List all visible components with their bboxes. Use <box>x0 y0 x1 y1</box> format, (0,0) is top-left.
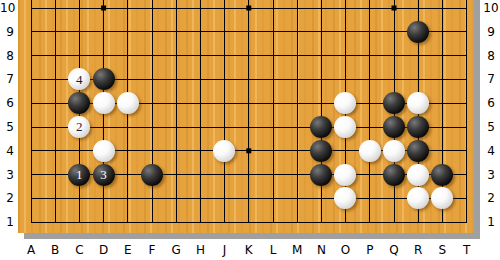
point-A9[interactable] <box>19 20 43 44</box>
point-F7[interactable] <box>140 68 164 92</box>
point-R6[interactable] <box>406 91 430 115</box>
point-P8[interactable] <box>358 44 382 68</box>
black-stone-R4 <box>407 140 429 162</box>
point-E4[interactable] <box>116 139 140 163</box>
point-P1[interactable] <box>358 210 382 233</box>
white-stone-O3 <box>334 164 356 186</box>
point-H4[interactable] <box>188 139 212 163</box>
white-stone-O6 <box>334 92 356 114</box>
point-M4[interactable] <box>285 139 309 163</box>
point-S4[interactable] <box>430 139 454 163</box>
point-M6[interactable] <box>285 91 309 115</box>
point-N4[interactable] <box>309 139 333 163</box>
point-R9[interactable] <box>406 20 430 44</box>
point-R1[interactable] <box>406 210 430 233</box>
row-label-right-6: 6 <box>482 96 500 110</box>
point-Q8[interactable] <box>382 44 406 68</box>
point-T7[interactable] <box>454 68 474 92</box>
point-C9[interactable] <box>67 20 91 44</box>
point-D4[interactable] <box>91 139 115 163</box>
point-L7[interactable] <box>261 68 285 92</box>
point-G2[interactable] <box>164 186 188 210</box>
black-stone-S3 <box>431 164 453 186</box>
black-stone-Q5 <box>383 116 405 138</box>
point-D1[interactable] <box>91 210 115 233</box>
black-stone-D3: 3 <box>93 164 115 186</box>
point-M10[interactable] <box>285 0 309 20</box>
point-E3[interactable] <box>116 163 140 187</box>
point-H9[interactable] <box>188 20 212 44</box>
point-D8[interactable] <box>91 44 115 68</box>
black-stone-N3 <box>310 164 332 186</box>
point-S1[interactable] <box>430 210 454 233</box>
point-E1[interactable] <box>116 210 140 233</box>
point-E9[interactable] <box>116 20 140 44</box>
point-B6[interactable] <box>43 91 67 115</box>
column-label-J: J <box>215 243 235 257</box>
row-label-right-3: 3 <box>482 168 500 182</box>
point-M7[interactable] <box>285 68 309 92</box>
point-L2[interactable] <box>261 186 285 210</box>
point-H5[interactable] <box>188 115 212 139</box>
point-Q7[interactable] <box>382 68 406 92</box>
point-A8[interactable] <box>19 44 43 68</box>
point-C7[interactable]: 4 <box>67 68 91 92</box>
point-P7[interactable] <box>358 68 382 92</box>
point-N6[interactable] <box>309 91 333 115</box>
black-stone-R5 <box>407 116 429 138</box>
point-K2[interactable] <box>237 186 261 210</box>
row-label-left-4: 4 <box>0 144 14 158</box>
point-N8[interactable] <box>309 44 333 68</box>
move-number-2: 2 <box>76 120 83 133</box>
point-N7[interactable] <box>309 68 333 92</box>
point-B1[interactable] <box>43 210 67 233</box>
point-E2[interactable] <box>116 186 140 210</box>
point-J1[interactable] <box>212 210 236 233</box>
point-O2[interactable] <box>333 186 357 210</box>
column-label-N: N <box>311 243 331 257</box>
point-O5[interactable] <box>333 115 357 139</box>
column-label-R: R <box>408 243 428 257</box>
point-T10[interactable] <box>454 0 474 20</box>
point-L5[interactable] <box>261 115 285 139</box>
point-D10[interactable] <box>91 0 115 20</box>
point-N5[interactable] <box>309 115 333 139</box>
column-label-E: E <box>118 243 138 257</box>
point-K9[interactable] <box>237 20 261 44</box>
point-K3[interactable] <box>237 163 261 187</box>
column-label-C: C <box>69 243 89 257</box>
row-label-left-3: 3 <box>0 168 14 182</box>
point-J7[interactable] <box>212 68 236 92</box>
point-H6[interactable] <box>188 91 212 115</box>
point-T1[interactable] <box>454 210 474 233</box>
white-stone-R2 <box>407 187 429 209</box>
point-M1[interactable] <box>285 210 309 233</box>
column-label-D: D <box>94 243 114 257</box>
point-A7[interactable] <box>19 68 43 92</box>
point-H3[interactable] <box>188 163 212 187</box>
point-O6[interactable] <box>333 91 357 115</box>
white-stone-C5: 2 <box>68 116 90 138</box>
point-Q6[interactable] <box>382 91 406 115</box>
go-board[interactable]: 4213 <box>18 0 474 233</box>
point-Q1[interactable] <box>382 210 406 233</box>
point-S9[interactable] <box>430 20 454 44</box>
point-K8[interactable] <box>237 44 261 68</box>
point-H2[interactable] <box>188 186 212 210</box>
column-label-T: T <box>457 243 477 257</box>
point-S7[interactable] <box>430 68 454 92</box>
point-L4[interactable] <box>261 139 285 163</box>
board-shadow-bottom <box>24 233 480 239</box>
point-S2[interactable] <box>430 186 454 210</box>
point-G9[interactable] <box>164 20 188 44</box>
point-O8[interactable] <box>333 44 357 68</box>
point-K5[interactable] <box>237 115 261 139</box>
point-M9[interactable] <box>285 20 309 44</box>
row-label-right-9: 9 <box>482 25 500 39</box>
point-Q3[interactable] <box>382 163 406 187</box>
row-label-right-10: 10 <box>482 1 500 15</box>
point-O3[interactable] <box>333 163 357 187</box>
point-B9[interactable] <box>43 20 67 44</box>
point-H8[interactable] <box>188 44 212 68</box>
point-Q5[interactable] <box>382 115 406 139</box>
point-T2[interactable] <box>454 186 474 210</box>
point-D3[interactable]: 3 <box>91 163 115 187</box>
row-label-left-5: 5 <box>0 120 14 134</box>
point-P2[interactable] <box>358 186 382 210</box>
point-O7[interactable] <box>333 68 357 92</box>
column-label-M: M <box>287 243 307 257</box>
point-H10[interactable] <box>188 0 212 20</box>
point-L9[interactable] <box>261 20 285 44</box>
point-R3[interactable] <box>406 163 430 187</box>
point-R8[interactable] <box>406 44 430 68</box>
move-number-3: 3 <box>100 168 107 181</box>
point-Q9[interactable] <box>382 20 406 44</box>
point-E5[interactable] <box>116 115 140 139</box>
point-R10[interactable] <box>406 0 430 20</box>
point-T8[interactable] <box>454 44 474 68</box>
board-shadow-right <box>474 0 480 239</box>
white-stone-Q4 <box>383 140 405 162</box>
point-C6[interactable] <box>67 91 91 115</box>
point-D7[interactable] <box>91 68 115 92</box>
white-stone-D6 <box>93 92 115 114</box>
white-stone-O5 <box>334 116 356 138</box>
point-G5[interactable] <box>164 115 188 139</box>
point-C10[interactable] <box>67 0 91 20</box>
white-stone-S2 <box>431 187 453 209</box>
column-label-L: L <box>263 243 283 257</box>
point-P9[interactable] <box>358 20 382 44</box>
point-P5[interactable] <box>358 115 382 139</box>
point-G4[interactable] <box>164 139 188 163</box>
column-label-P: P <box>360 243 380 257</box>
point-C8[interactable] <box>67 44 91 68</box>
point-K4[interactable] <box>237 139 261 163</box>
point-J9[interactable] <box>212 20 236 44</box>
column-label-Q: Q <box>384 243 404 257</box>
point-A4[interactable] <box>19 139 43 163</box>
point-P3[interactable] <box>358 163 382 187</box>
point-P6[interactable] <box>358 91 382 115</box>
point-A3[interactable] <box>19 163 43 187</box>
column-label-A: A <box>21 243 41 257</box>
white-stone-C7: 4 <box>68 68 90 90</box>
black-stone-N4 <box>310 140 332 162</box>
point-G1[interactable] <box>164 210 188 233</box>
move-number-1: 1 <box>76 168 83 181</box>
point-J10[interactable] <box>212 0 236 20</box>
point-O10[interactable] <box>333 0 357 20</box>
point-B4[interactable] <box>43 139 67 163</box>
point-J2[interactable] <box>212 186 236 210</box>
white-stone-O2 <box>334 187 356 209</box>
column-label-O: O <box>336 243 356 257</box>
point-H7[interactable] <box>188 68 212 92</box>
point-F4[interactable] <box>140 139 164 163</box>
point-P10[interactable] <box>358 0 382 20</box>
point-E8[interactable] <box>116 44 140 68</box>
column-label-F: F <box>142 243 162 257</box>
point-K6[interactable] <box>237 91 261 115</box>
point-F1[interactable] <box>140 210 164 233</box>
go-diagram: 4213 10987654321 10987654321 ABCDEFGHJKL… <box>0 0 500 260</box>
point-S3[interactable] <box>430 163 454 187</box>
point-D9[interactable] <box>91 20 115 44</box>
row-label-left-6: 6 <box>0 96 14 110</box>
point-N9[interactable] <box>309 20 333 44</box>
row-label-left-9: 9 <box>0 25 14 39</box>
point-H1[interactable] <box>188 210 212 233</box>
point-O1[interactable] <box>333 210 357 233</box>
point-T3[interactable] <box>454 163 474 187</box>
point-A2[interactable] <box>19 186 43 210</box>
point-T6[interactable] <box>454 91 474 115</box>
point-L8[interactable] <box>261 44 285 68</box>
white-stone-J4 <box>213 140 235 162</box>
point-P4[interactable] <box>358 139 382 163</box>
point-M3[interactable] <box>285 163 309 187</box>
point-S6[interactable] <box>430 91 454 115</box>
point-O9[interactable] <box>333 20 357 44</box>
point-B3[interactable] <box>43 163 67 187</box>
point-A1[interactable] <box>19 210 43 233</box>
row-label-right-1: 1 <box>482 215 500 229</box>
point-C3[interactable]: 1 <box>67 163 91 187</box>
point-G10[interactable] <box>164 0 188 20</box>
point-F8[interactable] <box>140 44 164 68</box>
point-G6[interactable] <box>164 91 188 115</box>
point-J3[interactable] <box>212 163 236 187</box>
point-A10[interactable] <box>19 0 43 20</box>
point-N1[interactable] <box>309 210 333 233</box>
move-number-4: 4 <box>76 73 83 86</box>
point-L6[interactable] <box>261 91 285 115</box>
point-L3[interactable] <box>261 163 285 187</box>
point-R4[interactable] <box>406 139 430 163</box>
row-label-left-2: 2 <box>0 191 14 205</box>
point-Q2[interactable] <box>382 186 406 210</box>
stones-grid: 4213 <box>19 0 474 233</box>
column-label-S: S <box>432 243 452 257</box>
point-O4[interactable] <box>333 139 357 163</box>
point-M8[interactable] <box>285 44 309 68</box>
point-N2[interactable] <box>309 186 333 210</box>
point-T9[interactable] <box>454 20 474 44</box>
point-F2[interactable] <box>140 186 164 210</box>
point-R7[interactable] <box>406 68 430 92</box>
point-F6[interactable] <box>140 91 164 115</box>
row-label-right-2: 2 <box>482 191 500 205</box>
point-L10[interactable] <box>261 0 285 20</box>
point-B5[interactable] <box>43 115 67 139</box>
point-N10[interactable] <box>309 0 333 20</box>
black-stone-N5 <box>310 116 332 138</box>
point-C5[interactable]: 2 <box>67 115 91 139</box>
point-M2[interactable] <box>285 186 309 210</box>
point-C1[interactable] <box>67 210 91 233</box>
point-R2[interactable] <box>406 186 430 210</box>
point-S8[interactable] <box>430 44 454 68</box>
point-F5[interactable] <box>140 115 164 139</box>
point-J4[interactable] <box>212 139 236 163</box>
row-label-right-8: 8 <box>482 49 500 63</box>
point-D2[interactable] <box>91 186 115 210</box>
point-G7[interactable] <box>164 68 188 92</box>
row-label-right-7: 7 <box>482 72 500 86</box>
white-stone-R3 <box>407 164 429 186</box>
white-stone-D4 <box>93 140 115 162</box>
row-label-left-8: 8 <box>0 49 14 63</box>
point-R5[interactable] <box>406 115 430 139</box>
point-S10[interactable] <box>430 0 454 20</box>
point-T5[interactable] <box>454 115 474 139</box>
column-label-K: K <box>239 243 259 257</box>
point-Q10[interactable] <box>382 0 406 20</box>
black-stone-C6 <box>68 92 90 114</box>
black-stone-F3 <box>141 164 163 186</box>
white-stone-R6 <box>407 92 429 114</box>
point-D5[interactable] <box>91 115 115 139</box>
point-B2[interactable] <box>43 186 67 210</box>
row-label-left-1: 1 <box>0 215 14 229</box>
point-C4[interactable] <box>67 139 91 163</box>
row-label-right-4: 4 <box>482 144 500 158</box>
point-B8[interactable] <box>43 44 67 68</box>
point-F9[interactable] <box>140 20 164 44</box>
white-stone-P4 <box>359 140 381 162</box>
point-F3[interactable] <box>140 163 164 187</box>
point-L1[interactable] <box>261 210 285 233</box>
point-B10[interactable] <box>43 0 67 20</box>
row-label-left-10: 10 <box>0 1 14 15</box>
point-E10[interactable] <box>116 0 140 20</box>
point-Q4[interactable] <box>382 139 406 163</box>
point-J6[interactable] <box>212 91 236 115</box>
black-stone-C3: 1 <box>68 164 90 186</box>
point-M5[interactable] <box>285 115 309 139</box>
point-J8[interactable] <box>212 44 236 68</box>
black-stone-Q6 <box>383 92 405 114</box>
point-J5[interactable] <box>212 115 236 139</box>
row-label-left-7: 7 <box>0 72 14 86</box>
black-stone-D7 <box>93 68 115 90</box>
point-F10[interactable] <box>140 0 164 20</box>
point-A6[interactable] <box>19 91 43 115</box>
point-G3[interactable] <box>164 163 188 187</box>
point-S5[interactable] <box>430 115 454 139</box>
point-E7[interactable] <box>116 68 140 92</box>
point-T4[interactable] <box>454 139 474 163</box>
row-label-right-5: 5 <box>482 120 500 134</box>
point-A5[interactable] <box>19 115 43 139</box>
black-stone-R9 <box>407 21 429 43</box>
point-D6[interactable] <box>91 91 115 115</box>
column-label-G: G <box>166 243 186 257</box>
point-K1[interactable] <box>237 210 261 233</box>
point-E6[interactable] <box>116 91 140 115</box>
point-C2[interactable] <box>67 186 91 210</box>
point-G8[interactable] <box>164 44 188 68</box>
column-label-B: B <box>45 243 65 257</box>
column-label-H: H <box>190 243 210 257</box>
black-stone-Q3 <box>383 164 405 186</box>
point-K7[interactable] <box>237 68 261 92</box>
point-B7[interactable] <box>43 68 67 92</box>
point-N3[interactable] <box>309 163 333 187</box>
white-stone-E6 <box>117 92 139 114</box>
point-K10[interactable] <box>237 0 261 20</box>
